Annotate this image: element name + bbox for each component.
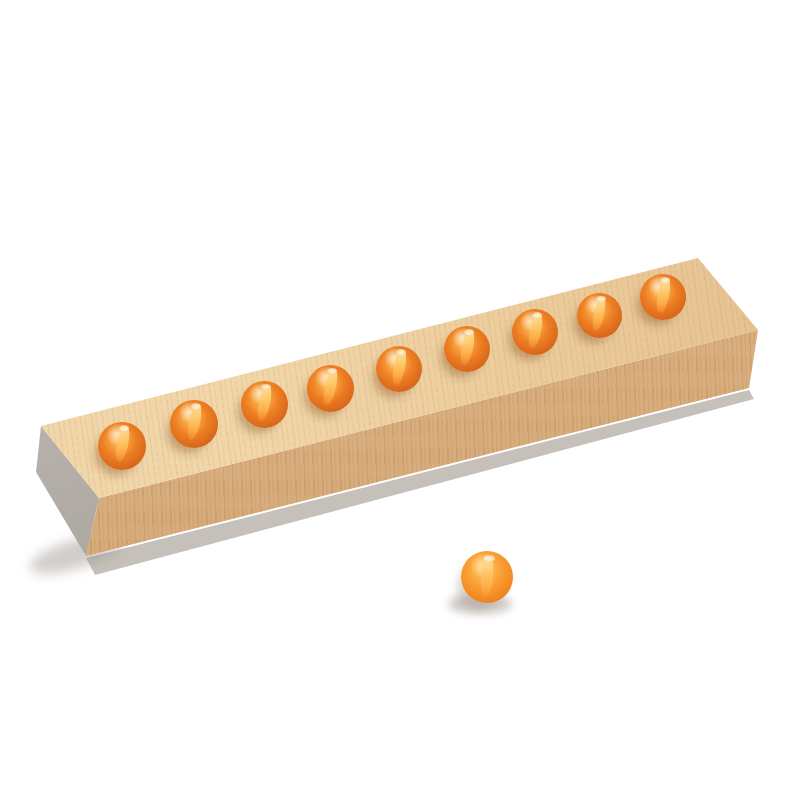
bead-slot7[interactable] xyxy=(512,309,558,355)
loose-bead[interactable] xyxy=(461,551,513,603)
bead-slot9[interactable] xyxy=(640,274,686,320)
bead-slot1[interactable] xyxy=(98,422,146,470)
bead-slot4[interactable] xyxy=(307,365,354,412)
bead-slot6[interactable] xyxy=(444,326,490,372)
bead-slot5[interactable] xyxy=(376,346,422,392)
bead-slot3[interactable] xyxy=(241,381,288,428)
bead-slot8[interactable] xyxy=(577,293,622,338)
beads-layer xyxy=(0,0,800,800)
scene xyxy=(0,0,800,800)
bead-slot2[interactable] xyxy=(170,400,218,448)
